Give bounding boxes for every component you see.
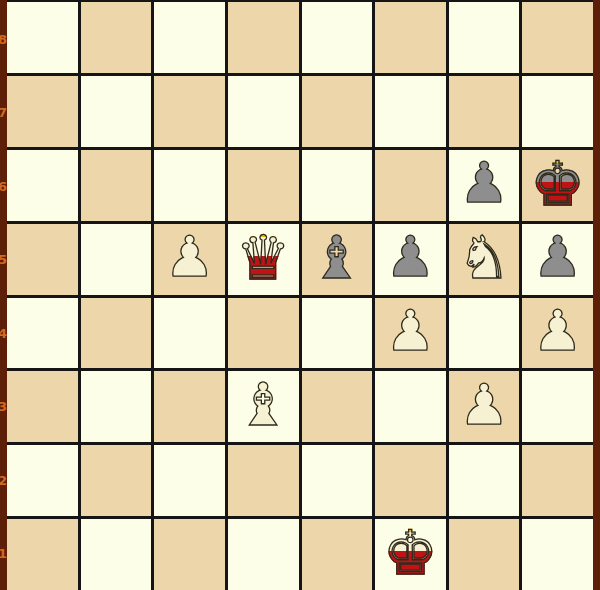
square-b6[interactable] xyxy=(81,150,152,221)
square-c6[interactable] xyxy=(154,150,225,221)
black-king[interactable]: ♚ xyxy=(530,153,585,214)
square-e7[interactable] xyxy=(302,76,373,147)
square-g4[interactable] xyxy=(449,298,520,369)
square-a2[interactable] xyxy=(7,445,78,516)
square-a1[interactable] xyxy=(7,519,78,590)
square-h7[interactable] xyxy=(522,76,593,147)
rank-label-8: 8 xyxy=(0,32,7,45)
square-e4[interactable] xyxy=(302,298,373,369)
square-f8[interactable] xyxy=(375,2,446,73)
square-g6[interactable]: ♟ xyxy=(449,150,520,221)
square-g5[interactable]: ♞ xyxy=(449,224,520,295)
square-f5[interactable]: ♟ xyxy=(375,224,446,295)
square-e6[interactable] xyxy=(302,150,373,221)
black-bishop[interactable]: ♝ xyxy=(310,228,363,287)
square-c8[interactable] xyxy=(154,2,225,73)
square-b1[interactable] xyxy=(81,519,152,590)
square-b4[interactable] xyxy=(81,298,152,369)
rank-label-2: 2 xyxy=(0,473,7,486)
white-king[interactable]: ♚ xyxy=(383,522,438,583)
square-h2[interactable] xyxy=(522,445,593,516)
square-c4[interactable] xyxy=(154,298,225,369)
square-f4[interactable]: ♟ xyxy=(375,298,446,369)
square-d4[interactable] xyxy=(228,298,299,369)
square-e1[interactable] xyxy=(302,519,373,590)
board: ♟♚♟♛♝♟♞♟♟♟♝♟♚ xyxy=(7,0,593,590)
rank-label-1: 1 xyxy=(0,547,7,560)
rank-label-6: 6 xyxy=(0,179,7,192)
square-e5[interactable]: ♝ xyxy=(302,224,373,295)
square-d6[interactable] xyxy=(228,150,299,221)
black-pawn[interactable]: ♟ xyxy=(385,229,435,285)
square-h4[interactable]: ♟ xyxy=(522,298,593,369)
square-a4[interactable] xyxy=(7,298,78,369)
white-knight[interactable]: ♞ xyxy=(458,228,511,287)
square-a3[interactable] xyxy=(7,371,78,442)
square-b2[interactable] xyxy=(81,445,152,516)
square-h3[interactable] xyxy=(522,371,593,442)
square-f6[interactable] xyxy=(375,150,446,221)
square-d7[interactable] xyxy=(228,76,299,147)
square-f7[interactable] xyxy=(375,76,446,147)
rank-label-5: 5 xyxy=(0,253,7,266)
black-pawn[interactable]: ♟ xyxy=(533,229,583,285)
white-pawn[interactable]: ♟ xyxy=(385,303,435,359)
square-f1[interactable]: ♚ xyxy=(375,519,446,590)
square-d2[interactable] xyxy=(228,445,299,516)
rank-label-3: 3 xyxy=(0,400,7,413)
rank-label-7: 7 xyxy=(0,106,7,119)
square-e2[interactable] xyxy=(302,445,373,516)
board-frame-left: 87654321 xyxy=(0,0,7,590)
square-f3[interactable] xyxy=(375,371,446,442)
square-e3[interactable] xyxy=(302,371,373,442)
chess-board-screenshot: 87654321 ♟♚♟♛♝♟♞♟♟♟♝♟♚ xyxy=(0,0,600,590)
square-b5[interactable] xyxy=(81,224,152,295)
square-h6[interactable]: ♚ xyxy=(522,150,593,221)
square-d3[interactable]: ♝ xyxy=(228,371,299,442)
white-bishop[interactable]: ♝ xyxy=(237,375,290,434)
square-h8[interactable] xyxy=(522,2,593,73)
square-c3[interactable] xyxy=(154,371,225,442)
board-frame-right xyxy=(593,0,600,590)
square-a6[interactable] xyxy=(7,150,78,221)
white-queen[interactable]: ♛ xyxy=(236,227,291,288)
square-g7[interactable] xyxy=(449,76,520,147)
white-pawn[interactable]: ♟ xyxy=(459,377,509,433)
square-d8[interactable] xyxy=(228,2,299,73)
rank-label-4: 4 xyxy=(0,326,7,339)
square-c5[interactable]: ♟ xyxy=(154,224,225,295)
square-a8[interactable] xyxy=(7,2,78,73)
square-h1[interactable] xyxy=(522,519,593,590)
square-b7[interactable] xyxy=(81,76,152,147)
square-g3[interactable]: ♟ xyxy=(449,371,520,442)
square-g2[interactable] xyxy=(449,445,520,516)
square-a5[interactable] xyxy=(7,224,78,295)
square-h5[interactable]: ♟ xyxy=(522,224,593,295)
square-c7[interactable] xyxy=(154,76,225,147)
square-d5[interactable]: ♛ xyxy=(228,224,299,295)
square-b8[interactable] xyxy=(81,2,152,73)
square-c1[interactable] xyxy=(154,519,225,590)
white-pawn[interactable]: ♟ xyxy=(533,303,583,359)
square-e8[interactable] xyxy=(302,2,373,73)
square-f2[interactable] xyxy=(375,445,446,516)
square-b3[interactable] xyxy=(81,371,152,442)
white-pawn[interactable]: ♟ xyxy=(164,229,214,285)
square-c2[interactable] xyxy=(154,445,225,516)
square-g8[interactable] xyxy=(449,2,520,73)
square-g1[interactable] xyxy=(449,519,520,590)
black-pawn[interactable]: ♟ xyxy=(459,155,509,211)
square-d1[interactable] xyxy=(228,519,299,590)
square-a7[interactable] xyxy=(7,76,78,147)
